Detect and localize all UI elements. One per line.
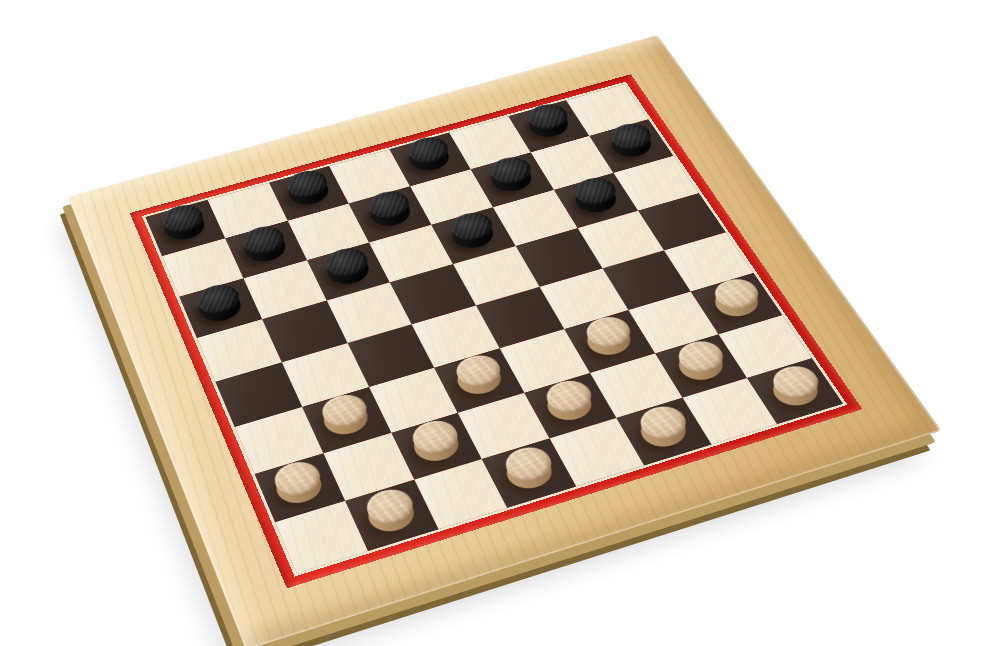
black-piece[interactable]: [322, 253, 374, 289]
white-piece[interactable]: [542, 385, 599, 426]
white-piece[interactable]: [766, 371, 825, 412]
white-piece[interactable]: [363, 493, 420, 537]
white-piece[interactable]: [408, 425, 464, 467]
square-r8c1[interactable]: [275, 501, 368, 573]
white-piece[interactable]: [634, 411, 693, 453]
black-piece[interactable]: [405, 143, 455, 176]
checkers-board: [68, 35, 942, 646]
black-piece[interactable]: [195, 289, 246, 326]
black-piece[interactable]: [569, 183, 622, 217]
white-piece[interactable]: [581, 322, 637, 361]
red-border: [130, 74, 863, 588]
board-grid: [142, 82, 848, 577]
black-piece[interactable]: [486, 163, 537, 197]
square-r4c1[interactable]: [197, 319, 282, 381]
wooden-frame: [68, 35, 942, 646]
black-piece[interactable]: [240, 232, 290, 267]
white-piece[interactable]: [672, 346, 729, 386]
black-piece[interactable]: [284, 176, 334, 210]
perspective-wrapper: [0, 0, 1000, 646]
white-piece[interactable]: [272, 466, 328, 509]
black-piece[interactable]: [364, 197, 415, 232]
black-piece[interactable]: [605, 129, 657, 162]
photo-canvas: [0, 0, 1000, 646]
black-piece[interactable]: [447, 218, 499, 253]
black-piece[interactable]: [161, 210, 210, 245]
white-piece[interactable]: [708, 284, 764, 322]
white-piece[interactable]: [451, 360, 506, 400]
white-piece[interactable]: [319, 399, 374, 440]
black-piece[interactable]: [523, 110, 573, 142]
white-piece[interactable]: [500, 452, 558, 495]
